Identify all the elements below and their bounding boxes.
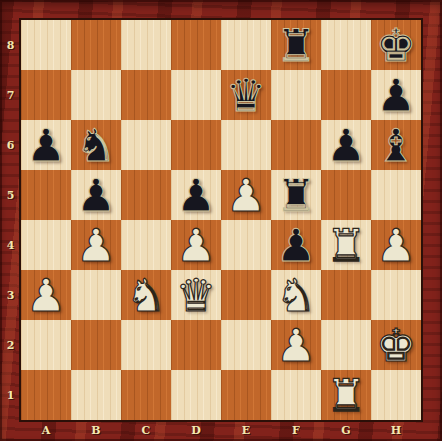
square-f4[interactable]: ♟ [271,220,321,270]
white-pawn: ♟ [226,173,266,218]
square-h2[interactable]: ♚ [371,320,421,370]
file-label: D [171,420,221,441]
rank-label: 4 [0,220,21,270]
black-pawn: ♟ [326,123,366,168]
square-c2[interactable] [121,320,171,370]
rank-label: 1 [0,370,21,420]
file-label: C [121,420,171,441]
black-pawn: ♟ [176,173,216,218]
square-a5[interactable] [21,170,71,220]
square-e6[interactable] [221,120,271,170]
square-d6[interactable] [171,120,221,170]
square-g4[interactable]: ♜ [321,220,371,270]
square-g8[interactable] [321,20,371,70]
white-pawn: ♟ [376,223,416,268]
square-h8[interactable]: ♚ [371,20,421,70]
square-e2[interactable] [221,320,271,370]
square-f3[interactable]: ♞ [271,270,321,320]
white-pawn: ♟ [176,223,216,268]
square-h7[interactable]: ♟ [371,70,421,120]
file-label: H [371,420,421,441]
square-f8[interactable]: ♜ [271,20,321,70]
square-h5[interactable] [371,170,421,220]
rank-label: 2 [0,320,21,370]
file-label: B [71,420,121,441]
square-c7[interactable] [121,70,171,120]
square-c6[interactable] [121,120,171,170]
square-g1[interactable]: ♜ [321,370,371,420]
square-e7[interactable]: ♛ [221,70,271,120]
white-rook: ♜ [326,373,366,418]
square-b6[interactable]: ♞ [71,120,121,170]
square-h6[interactable]: ♝ [371,120,421,170]
black-rook: ♜ [276,173,316,218]
square-h4[interactable]: ♟ [371,220,421,270]
square-b7[interactable] [71,70,121,120]
square-d1[interactable] [171,370,221,420]
square-f5[interactable]: ♜ [271,170,321,220]
rank-label: 7 [0,70,21,120]
black-bishop: ♝ [376,123,416,168]
square-b1[interactable] [71,370,121,420]
square-g3[interactable] [321,270,371,320]
square-e4[interactable] [221,220,271,270]
square-d5[interactable]: ♟ [171,170,221,220]
rank-label: 3 [0,270,21,320]
square-h3[interactable] [371,270,421,320]
black-pawn: ♟ [276,223,316,268]
square-d8[interactable] [171,20,221,70]
black-rook: ♜ [276,23,316,68]
black-pawn: ♟ [26,123,66,168]
chess-board: ♜♚♛♟♟♞♟♝♟♟♟♜♟♟♟♜♟♟♞♛♞♟♚♜ [21,20,421,420]
square-a7[interactable] [21,70,71,120]
white-pawn: ♟ [276,323,316,368]
square-d7[interactable] [171,70,221,120]
black-pawn: ♟ [76,173,116,218]
white-pawn: ♟ [76,223,116,268]
black-pawn: ♟ [376,73,416,118]
white-king: ♚ [376,323,416,368]
square-a8[interactable] [21,20,71,70]
square-b3[interactable] [71,270,121,320]
square-e5[interactable]: ♟ [221,170,271,220]
square-d4[interactable]: ♟ [171,220,221,270]
square-f1[interactable] [271,370,321,420]
square-c4[interactable] [121,220,171,270]
square-g5[interactable] [321,170,371,220]
square-b4[interactable]: ♟ [71,220,121,270]
white-rook: ♜ [326,223,366,268]
square-e3[interactable] [221,270,271,320]
black-king: ♚ [376,23,416,68]
square-a2[interactable] [21,320,71,370]
square-f2[interactable]: ♟ [271,320,321,370]
white-pawn: ♟ [26,273,66,318]
square-g2[interactable] [321,320,371,370]
square-a3[interactable]: ♟ [21,270,71,320]
rank-labels: 8 7 6 5 4 3 2 1 [0,20,21,420]
white-knight: ♞ [126,273,166,318]
black-knight: ♞ [76,123,116,168]
file-labels: A B C D E F G H [21,420,421,441]
black-queen: ♛ [226,73,266,118]
square-h1[interactable] [371,370,421,420]
file-label: G [321,420,371,441]
square-b5[interactable]: ♟ [71,170,121,220]
square-b8[interactable] [71,20,121,70]
square-c8[interactable] [121,20,171,70]
square-e1[interactable] [221,370,271,420]
square-a6[interactable]: ♟ [21,120,71,170]
square-g7[interactable] [321,70,371,120]
square-c5[interactable] [121,170,171,220]
square-e8[interactable] [221,20,271,70]
square-a1[interactable] [21,370,71,420]
square-d3[interactable]: ♛ [171,270,221,320]
square-c1[interactable] [121,370,171,420]
square-d2[interactable] [171,320,221,370]
white-queen: ♛ [176,273,216,318]
square-f6[interactable] [271,120,321,170]
white-knight: ♞ [276,273,316,318]
chess-board-frame: 8 7 6 5 4 3 2 1 ♜♚♛♟♟♞♟♝♟♟♟♜♟♟♟♜♟♟♞♛♞♟♚♜… [0,0,442,441]
square-f7[interactable] [271,70,321,120]
square-b2[interactable] [71,320,121,370]
file-label: A [21,420,71,441]
file-label: E [221,420,271,441]
square-c3[interactable]: ♞ [121,270,171,320]
rank-label: 6 [0,120,21,170]
square-g6[interactable]: ♟ [321,120,371,170]
rank-label: 5 [0,170,21,220]
square-a4[interactable] [21,220,71,270]
rank-label: 8 [0,20,21,70]
file-label: F [271,420,321,441]
